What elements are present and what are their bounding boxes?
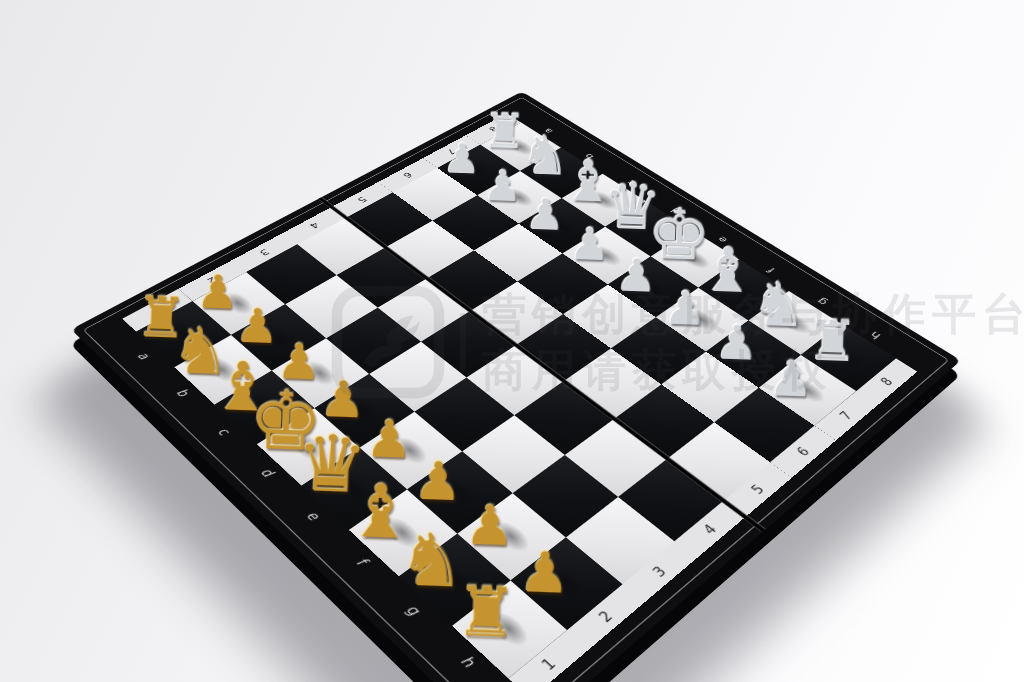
gold-pawn-f2[interactable]: ♟ [413,454,464,509]
silver-rook-h8[interactable]: ♜ [806,313,859,370]
gold-pawn-d2[interactable]: ♟ [319,374,367,426]
chess-board: abcdefgh8♜♞♝♛♚♝♞♜87♟♟♟♟♟♟♟♟7665544332♟♟♟… [71,92,961,682]
gold-pawn-h2[interactable]: ♟ [518,544,571,602]
silver-pawn-g7[interactable]: ♟ [714,318,759,367]
gold-pawn-g2[interactable]: ♟ [464,497,516,553]
photo-scene: abcdefgh8♜♞♝♛♚♝♞♜87♟♟♟♟♟♟♟♟7665544332♟♟♟… [0,0,1024,682]
gold-pawn-e2[interactable]: ♟ [365,413,414,466]
silver-pawn-h7[interactable]: ♟ [768,354,814,404]
gold-rook-h1[interactable]: ♜ [454,578,519,648]
gold-pawn-b2[interactable]: ♟ [234,301,280,350]
